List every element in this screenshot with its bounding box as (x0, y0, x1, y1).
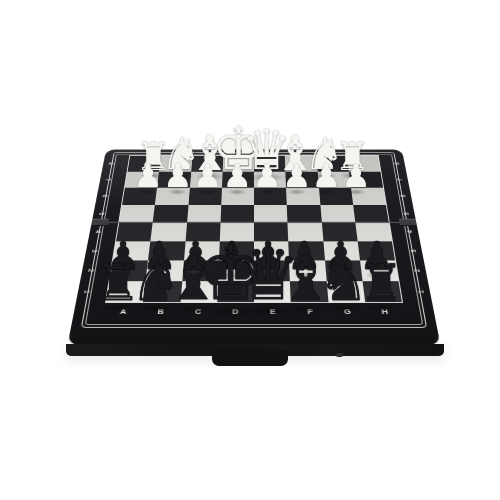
square-h6 (351, 188, 386, 205)
square-a8 (128, 156, 162, 172)
square-e8 (254, 156, 286, 172)
square-c8 (191, 156, 223, 172)
rank-label-3: 3 (82, 246, 109, 256)
square-f3 (288, 241, 324, 260)
rank-label-5: 5 (89, 209, 114, 218)
square-c6 (188, 188, 222, 205)
square-g2 (325, 260, 363, 280)
square-d4 (220, 222, 254, 241)
square-c7 (189, 171, 222, 187)
board-frame: ABCDEFGH 87654321 87654321 (67, 149, 440, 345)
rank-label-1: 1 (406, 286, 434, 296)
rank-label-1: 1 (74, 286, 102, 296)
rank-label-6: 6 (93, 192, 118, 200)
file-label-e: E (254, 307, 292, 318)
square-h7 (349, 171, 383, 187)
square-g6 (319, 188, 353, 205)
file-labels: ABCDEFGH (104, 307, 405, 318)
rank-label-6: 6 (390, 192, 415, 200)
square-g1 (326, 281, 365, 302)
rank-label-7: 7 (387, 175, 411, 183)
square-f4 (288, 222, 323, 241)
rank-label-8: 8 (100, 160, 124, 168)
file-label-h: H (365, 307, 404, 318)
file-label-b: B (141, 307, 179, 318)
square-e6 (254, 188, 287, 205)
square-b3 (148, 241, 185, 260)
file-label-a: A (104, 307, 143, 318)
square-h1 (362, 281, 402, 302)
chess-board: ABCDEFGH 87654321 87654321 (67, 149, 440, 345)
square-g5 (320, 205, 355, 223)
square-c2 (182, 260, 219, 280)
fold-seam (92, 222, 417, 223)
square-c3 (183, 241, 219, 260)
rank-label-2: 2 (78, 266, 105, 276)
square-e2 (254, 260, 290, 280)
latch-dot (336, 353, 343, 357)
square-f7 (286, 171, 319, 187)
square-e7 (254, 171, 286, 187)
square-h8 (347, 156, 381, 172)
square-d5 (220, 205, 254, 223)
square-d7 (222, 171, 254, 187)
square-h4 (355, 222, 392, 241)
square-a6 (122, 188, 157, 205)
square-d1 (217, 281, 254, 302)
square-e3 (254, 241, 289, 260)
square-f2 (289, 260, 326, 280)
square-a3 (113, 241, 151, 260)
square-e4 (254, 222, 288, 241)
square-g4 (321, 222, 357, 241)
square-b2 (146, 260, 184, 280)
rank-label-4: 4 (396, 227, 422, 236)
square-f6 (286, 188, 320, 205)
square-b8 (159, 156, 192, 172)
square-e1 (254, 281, 291, 302)
square-b5 (153, 205, 188, 223)
rank-label-3: 3 (399, 246, 426, 256)
rank-label-8: 8 (385, 160, 409, 168)
rank-label-7: 7 (96, 175, 120, 183)
square-a1 (106, 281, 146, 302)
square-h3 (357, 241, 395, 260)
square-c4 (185, 222, 220, 241)
square-g7 (317, 171, 351, 187)
square-g3 (323, 241, 360, 260)
chess-set-photo: ABCDEFGH 87654321 87654321 ♜♞♝♚♛♝♞♜♟♟♟♟♟… (0, 0, 500, 500)
square-d8 (222, 156, 254, 172)
file-label-g: G (328, 307, 366, 318)
square-c5 (187, 205, 221, 223)
square-f5 (287, 205, 321, 223)
square-g8 (316, 156, 349, 172)
rank-label-4: 4 (86, 227, 112, 236)
square-f1 (290, 281, 328, 302)
square-b7 (157, 171, 191, 187)
square-b6 (155, 188, 189, 205)
file-label-d: D (216, 307, 254, 318)
square-e5 (254, 205, 288, 223)
square-a5 (119, 205, 155, 223)
file-label-c: C (179, 307, 217, 318)
latch-tab (212, 350, 288, 366)
square-b4 (151, 222, 187, 241)
rank-label-2: 2 (403, 266, 430, 276)
board-grid (106, 156, 402, 302)
square-d2 (218, 260, 254, 280)
square-b1 (143, 281, 182, 302)
square-h2 (360, 260, 399, 280)
file-label-f: F (291, 307, 329, 318)
square-h5 (353, 205, 389, 223)
square-d6 (221, 188, 254, 205)
rank-label-5: 5 (393, 209, 418, 218)
square-f8 (285, 156, 317, 172)
square-a2 (110, 260, 149, 280)
square-a4 (116, 222, 153, 241)
square-c1 (180, 281, 218, 302)
square-a7 (125, 171, 159, 187)
square-d3 (219, 241, 254, 260)
